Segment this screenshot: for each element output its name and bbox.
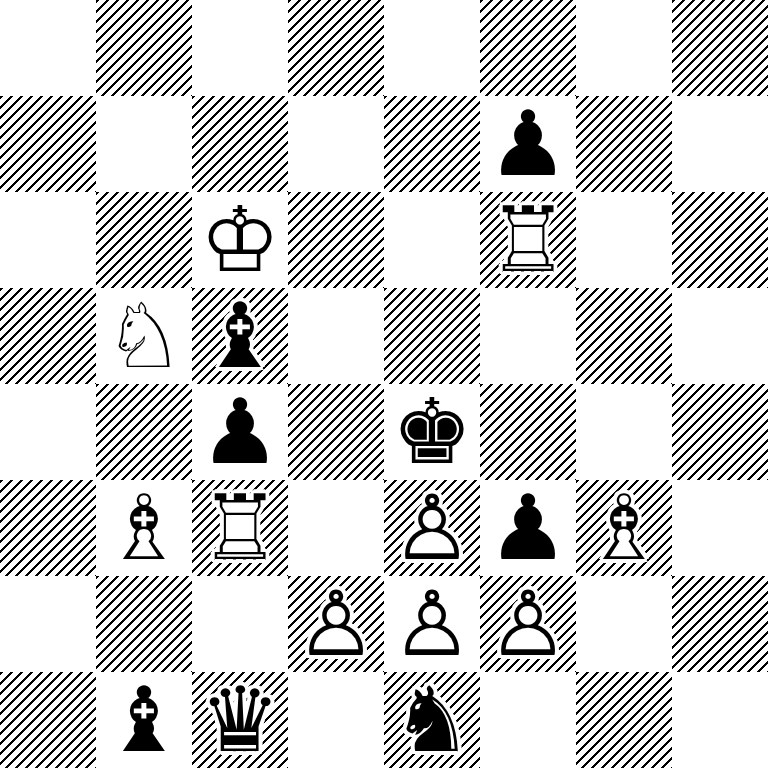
black-pawn[interactable]: ♟ [480, 96, 576, 192]
black-pawn-icon: ♟ [192, 384, 288, 480]
white-king[interactable]: ♚♔ [192, 192, 288, 288]
black-knight-icon: ♞ [384, 672, 480, 768]
square-h2[interactable] [672, 576, 768, 672]
square-e3[interactable]: ♟♙ [384, 480, 480, 576]
black-knight[interactable]: ♞ [384, 672, 480, 768]
black-pawn[interactable]: ♟ [192, 384, 288, 480]
black-pawn-icon: ♟ [480, 480, 576, 576]
white-bishop[interactable]: ♝♗ [96, 480, 192, 576]
black-king[interactable]: ♚ [384, 384, 480, 480]
black-bishop-icon: ♝ [96, 672, 192, 768]
white-bishop-icon: ♗ [576, 480, 672, 576]
square-e7[interactable] [384, 96, 480, 192]
square-h6[interactable] [672, 192, 768, 288]
square-g4[interactable] [576, 384, 672, 480]
square-b1[interactable]: ♝ [96, 672, 192, 768]
white-pawn[interactable]: ♟♙ [384, 480, 480, 576]
square-a2[interactable] [0, 576, 96, 672]
square-f8[interactable] [480, 0, 576, 96]
square-c3[interactable]: ♜♖ [192, 480, 288, 576]
square-e2[interactable]: ♟♙ [384, 576, 480, 672]
square-h8[interactable] [672, 0, 768, 96]
black-bishop[interactable]: ♝ [192, 288, 288, 384]
square-h1[interactable] [672, 672, 768, 768]
square-a4[interactable] [0, 384, 96, 480]
square-d6[interactable] [288, 192, 384, 288]
white-pawn-icon: ♙ [384, 576, 480, 672]
black-bishop[interactable]: ♝ [96, 672, 192, 768]
square-b7[interactable] [96, 96, 192, 192]
square-c5[interactable]: ♝ [192, 288, 288, 384]
square-f5[interactable] [480, 288, 576, 384]
white-pawn[interactable]: ♟♙ [288, 576, 384, 672]
square-f7[interactable]: ♟ [480, 96, 576, 192]
black-king-icon: ♚ [384, 384, 480, 480]
square-c6[interactable]: ♚♔ [192, 192, 288, 288]
square-d5[interactable] [288, 288, 384, 384]
black-queen[interactable]: ♛ [192, 672, 288, 768]
square-b5[interactable]: ♞♘ [96, 288, 192, 384]
square-a7[interactable] [0, 96, 96, 192]
white-rook-icon: ♖ [480, 192, 576, 288]
white-pawn[interactable]: ♟♙ [384, 576, 480, 672]
black-bishop-icon: ♝ [192, 288, 288, 384]
square-f1[interactable] [480, 672, 576, 768]
square-g2[interactable] [576, 576, 672, 672]
square-h4[interactable] [672, 384, 768, 480]
white-pawn[interactable]: ♟♙ [480, 576, 576, 672]
square-d8[interactable] [288, 0, 384, 96]
square-b4[interactable] [96, 384, 192, 480]
square-d7[interactable] [288, 96, 384, 192]
square-c8[interactable] [192, 0, 288, 96]
square-e1[interactable]: ♞ [384, 672, 480, 768]
square-d4[interactable] [288, 384, 384, 480]
square-b8[interactable] [96, 0, 192, 96]
square-f3[interactable]: ♟ [480, 480, 576, 576]
white-bishop-icon: ♗ [96, 480, 192, 576]
white-rook-icon: ♖ [192, 480, 288, 576]
square-c2[interactable] [192, 576, 288, 672]
square-f6[interactable]: ♜♖ [480, 192, 576, 288]
black-queen-icon: ♛ [192, 672, 288, 768]
square-e5[interactable] [384, 288, 480, 384]
square-f4[interactable] [480, 384, 576, 480]
square-g6[interactable] [576, 192, 672, 288]
square-e4[interactable]: ♚ [384, 384, 480, 480]
square-g5[interactable] [576, 288, 672, 384]
square-g3[interactable]: ♝♗ [576, 480, 672, 576]
square-a5[interactable] [0, 288, 96, 384]
white-pawn-icon: ♙ [288, 576, 384, 672]
white-bishop[interactable]: ♝♗ [576, 480, 672, 576]
square-g7[interactable] [576, 96, 672, 192]
chess-board: ♟♚♔♜♖♞♘♝♟♚♝♗♜♖♟♙♟♝♗♟♙♟♙♟♙♝♛♞ [0, 0, 768, 768]
square-h3[interactable] [672, 480, 768, 576]
square-c4[interactable]: ♟ [192, 384, 288, 480]
white-rook[interactable]: ♜♖ [192, 480, 288, 576]
white-knight[interactable]: ♞♘ [96, 288, 192, 384]
square-d2[interactable]: ♟♙ [288, 576, 384, 672]
square-e6[interactable] [384, 192, 480, 288]
square-e8[interactable] [384, 0, 480, 96]
square-h7[interactable] [672, 96, 768, 192]
white-pawn-icon: ♙ [384, 480, 480, 576]
square-a8[interactable] [0, 0, 96, 96]
square-h5[interactable] [672, 288, 768, 384]
white-pawn-icon: ♙ [480, 576, 576, 672]
square-f2[interactable]: ♟♙ [480, 576, 576, 672]
square-g8[interactable] [576, 0, 672, 96]
square-c1[interactable]: ♛ [192, 672, 288, 768]
square-b3[interactable]: ♝♗ [96, 480, 192, 576]
chess-diagram: ♟♚♔♜♖♞♘♝♟♚♝♗♜♖♟♙♟♝♗♟♙♟♙♟♙♝♛♞ [0, 0, 768, 768]
white-rook[interactable]: ♜♖ [480, 192, 576, 288]
square-a3[interactable] [0, 480, 96, 576]
white-knight-icon: ♘ [96, 288, 192, 384]
square-d3[interactable] [288, 480, 384, 576]
square-a1[interactable] [0, 672, 96, 768]
square-b6[interactable] [96, 192, 192, 288]
black-pawn-icon: ♟ [480, 96, 576, 192]
square-d1[interactable] [288, 672, 384, 768]
square-b2[interactable] [96, 576, 192, 672]
square-c7[interactable] [192, 96, 288, 192]
black-pawn[interactable]: ♟ [480, 480, 576, 576]
square-a6[interactable] [0, 192, 96, 288]
square-g1[interactable] [576, 672, 672, 768]
white-king-icon: ♔ [192, 192, 288, 288]
